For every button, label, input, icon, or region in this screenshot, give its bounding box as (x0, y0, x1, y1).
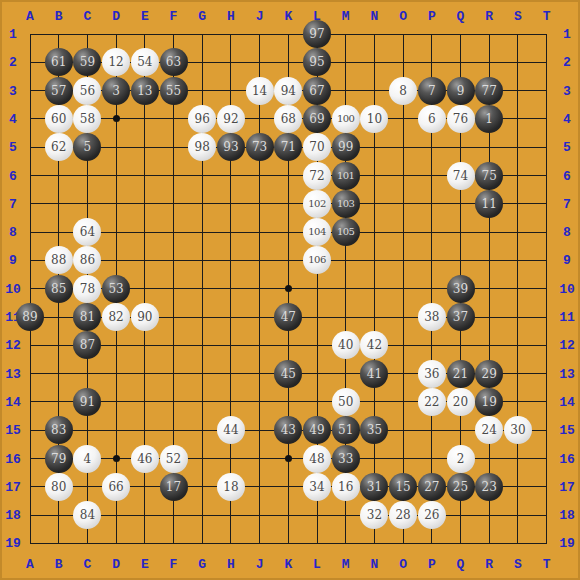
stone-move-number: 67 (309, 85, 324, 97)
stone-move-number: 86 (80, 254, 95, 266)
row-label-left-8: 8 (9, 225, 17, 240)
row-label-left-16: 16 (5, 451, 21, 466)
stone-white-80-B17[interactable]: 80 (45, 473, 73, 501)
column-label-top-T: T (543, 9, 551, 24)
row-label-right-11: 11 (559, 310, 575, 325)
stone-black-63-F2[interactable]: 63 (160, 48, 188, 76)
stone-white-30-S15[interactable]: 30 (504, 416, 532, 444)
stone-move-number: 11 (482, 198, 497, 210)
stone-black-35-N15[interactable]: 35 (360, 416, 388, 444)
stone-move-number: 18 (223, 481, 238, 493)
stone-black-89-A11[interactable]: 89 (16, 303, 44, 331)
stone-move-number: 73 (252, 141, 267, 153)
stone-move-number: 72 (309, 170, 324, 182)
stone-move-number: 90 (137, 311, 152, 323)
row-label-left-2: 2 (9, 55, 17, 70)
stone-white-4-C16[interactable]: 4 (73, 445, 101, 473)
stone-move-number: 33 (338, 453, 353, 465)
row-label-left-10: 10 (5, 281, 21, 296)
stone-move-number: 89 (22, 311, 37, 323)
stone-move-number: 71 (281, 141, 296, 153)
stone-move-number: 100 (337, 114, 355, 124)
stone-move-number: 38 (424, 311, 439, 323)
row-label-right-4: 4 (563, 111, 571, 126)
stone-black-97-L1[interactable]: 97 (303, 20, 331, 48)
stone-white-100-M4[interactable]: 100 (332, 105, 360, 133)
column-label-bottom-S: S (514, 557, 522, 572)
stone-move-number: 31 (367, 481, 382, 493)
stone-black-77-R3[interactable]: 77 (475, 77, 503, 105)
stone-move-number: 6 (428, 113, 436, 125)
row-label-right-2: 2 (563, 55, 571, 70)
stone-move-number: 55 (166, 85, 181, 97)
stone-black-45-K13[interactable]: 45 (274, 360, 302, 388)
column-label-bottom-M: M (342, 557, 350, 572)
column-label-top-J: J (256, 9, 264, 24)
stone-move-number: 12 (108, 56, 123, 68)
stone-move-number: 92 (223, 113, 238, 125)
stone-move-number: 3 (112, 85, 120, 97)
stone-move-number: 80 (51, 481, 66, 493)
stone-move-number: 81 (80, 311, 95, 323)
stone-black-15-O17[interactable]: 15 (389, 473, 417, 501)
stone-move-number: 44 (223, 424, 238, 436)
row-label-right-1: 1 (563, 27, 571, 42)
column-label-top-H: H (227, 9, 235, 24)
stone-move-number: 106 (308, 255, 326, 265)
stone-white-44-H15[interactable]: 44 (217, 416, 245, 444)
column-label-bottom-L: L (313, 557, 321, 572)
stone-black-103-M7[interactable]: 103 (332, 190, 360, 218)
stone-white-106-L9[interactable]: 106 (303, 246, 331, 274)
stone-move-number: 45 (281, 368, 296, 380)
stone-white-82-D11[interactable]: 82 (102, 303, 130, 331)
stone-white-84-C18[interactable]: 84 (73, 501, 101, 529)
stone-move-number: 83 (51, 424, 66, 436)
column-label-top-D: D (112, 9, 120, 24)
row-label-right-12: 12 (559, 338, 575, 353)
stone-white-28-O18[interactable]: 28 (389, 501, 417, 529)
stone-black-95-L2[interactable]: 95 (303, 48, 331, 76)
row-label-right-6: 6 (563, 168, 571, 183)
stone-move-number: 77 (482, 85, 497, 97)
stone-move-number: 39 (453, 283, 468, 295)
row-label-right-19: 19 (559, 536, 575, 551)
stone-black-41-N13[interactable]: 41 (360, 360, 388, 388)
stone-move-number: 79 (51, 453, 66, 465)
stone-move-number: 36 (424, 368, 439, 380)
row-label-right-8: 8 (563, 225, 571, 240)
stone-white-60-B4[interactable]: 60 (45, 105, 73, 133)
stone-move-number: 34 (309, 481, 324, 493)
stone-white-52-F16[interactable]: 52 (160, 445, 188, 473)
row-label-left-3: 3 (9, 83, 17, 98)
column-label-bottom-B: B (55, 557, 63, 572)
stone-move-number: 51 (338, 424, 353, 436)
column-label-top-E: E (141, 9, 149, 24)
stone-move-number: 78 (80, 283, 95, 295)
stone-move-number: 16 (338, 481, 353, 493)
stone-black-67-L3[interactable]: 67 (303, 77, 331, 105)
stone-white-64-C8[interactable]: 64 (73, 218, 101, 246)
column-label-bottom-C: C (83, 557, 91, 572)
row-label-right-7: 7 (563, 196, 571, 211)
stone-move-number: 76 (453, 113, 468, 125)
stone-black-21-Q13[interactable]: 21 (447, 360, 475, 388)
stone-white-22-P14[interactable]: 22 (418, 388, 446, 416)
stone-move-number: 1 (485, 113, 493, 125)
stone-white-34-L17[interactable]: 34 (303, 473, 331, 501)
stone-white-16-M17[interactable]: 16 (332, 473, 360, 501)
stone-move-number: 8 (399, 85, 407, 97)
column-label-bottom-F: F (170, 557, 178, 572)
stone-black-87-C12[interactable]: 87 (73, 331, 101, 359)
stone-white-62-B5[interactable]: 62 (45, 133, 73, 161)
row-label-right-13: 13 (559, 366, 575, 381)
stone-white-36-P13[interactable]: 36 (418, 360, 446, 388)
stone-move-number: 69 (309, 113, 324, 125)
stone-black-73-J5[interactable]: 73 (246, 133, 274, 161)
stone-black-39-Q10[interactable]: 39 (447, 275, 475, 303)
stone-move-number: 27 (424, 481, 439, 493)
stone-black-5-C5[interactable]: 5 (73, 133, 101, 161)
stone-black-17-F17[interactable]: 17 (160, 473, 188, 501)
stone-move-number: 85 (51, 283, 66, 295)
stone-white-40-M12[interactable]: 40 (332, 331, 360, 359)
stone-move-number: 74 (453, 170, 468, 182)
stone-move-number: 59 (80, 56, 95, 68)
stone-black-61-B2[interactable]: 61 (45, 48, 73, 76)
stone-move-number: 103 (337, 199, 355, 209)
stone-move-number: 13 (137, 85, 152, 97)
stone-white-26-P18[interactable]: 26 (418, 501, 446, 529)
stone-move-number: 57 (51, 85, 66, 97)
stone-move-number: 62 (51, 141, 66, 153)
stone-move-number: 19 (482, 396, 497, 408)
grid-hline-19 (30, 543, 547, 544)
column-label-top-G: G (198, 9, 206, 24)
row-label-right-17: 17 (559, 479, 575, 494)
stone-move-number: 97 (309, 28, 324, 40)
stone-move-number: 70 (309, 141, 324, 153)
stone-move-number: 26 (424, 509, 439, 521)
column-label-bottom-P: P (428, 557, 436, 572)
column-label-bottom-N: N (370, 557, 378, 572)
stone-black-19-R14[interactable]: 19 (475, 388, 503, 416)
stone-black-43-K15[interactable]: 43 (274, 416, 302, 444)
column-label-bottom-O: O (399, 557, 407, 572)
stone-move-number: 60 (51, 113, 66, 125)
column-label-bottom-T: T (543, 557, 551, 572)
star-point-D16 (113, 455, 120, 462)
stone-move-number: 95 (309, 56, 324, 68)
grid-hline-8 (30, 232, 547, 233)
column-label-top-S: S (514, 9, 522, 24)
stone-black-27-P17[interactable]: 27 (418, 473, 446, 501)
stone-black-1-R4[interactable]: 1 (475, 105, 503, 133)
row-label-left-4: 4 (9, 111, 17, 126)
column-label-bottom-K: K (284, 557, 292, 572)
stone-white-12-D2[interactable]: 12 (102, 48, 130, 76)
stone-move-number: 41 (367, 368, 382, 380)
stone-move-number: 82 (108, 311, 123, 323)
row-label-left-1: 1 (9, 27, 17, 42)
stone-white-58-C4[interactable]: 58 (73, 105, 101, 133)
stone-black-57-B3[interactable]: 57 (45, 77, 73, 105)
stone-white-102-L7[interactable]: 102 (303, 190, 331, 218)
stone-move-number: 105 (337, 227, 355, 237)
stone-black-37-Q11[interactable]: 37 (447, 303, 475, 331)
stone-black-75-R6[interactable]: 75 (475, 162, 503, 190)
stone-move-number: 104 (308, 227, 326, 237)
grid-hline-1 (30, 34, 547, 35)
grid-hline-7 (30, 203, 547, 204)
stone-white-98-G5[interactable]: 98 (188, 133, 216, 161)
stone-black-83-B15[interactable]: 83 (45, 416, 73, 444)
stone-black-13-E3[interactable]: 13 (131, 77, 159, 105)
row-label-left-17: 17 (5, 479, 21, 494)
stone-black-29-R13[interactable]: 29 (475, 360, 503, 388)
stone-move-number: 9 (457, 85, 465, 97)
star-point-D4 (113, 115, 120, 122)
stone-move-number: 32 (367, 509, 382, 521)
row-label-left-6: 6 (9, 168, 17, 183)
row-label-right-15: 15 (559, 423, 575, 438)
stone-black-81-C11[interactable]: 81 (73, 303, 101, 331)
stone-white-46-E16[interactable]: 46 (131, 445, 159, 473)
stone-move-number: 52 (166, 453, 181, 465)
stone-move-number: 94 (281, 85, 296, 97)
stone-white-48-L16[interactable]: 48 (303, 445, 331, 473)
stone-black-93-H5[interactable]: 93 (217, 133, 245, 161)
stone-black-71-K5[interactable]: 71 (274, 133, 302, 161)
column-label-top-Q: Q (457, 9, 465, 24)
column-label-bottom-J: J (256, 557, 264, 572)
stone-white-78-C10[interactable]: 78 (73, 275, 101, 303)
stone-move-number: 25 (453, 481, 468, 493)
go-board-diagram[interactable]: ABCDEFGHJKLMNOPQRST ABCDEFGHJKLMNOPQRST … (0, 0, 580, 580)
column-label-top-O: O (399, 9, 407, 24)
stone-white-38-P11[interactable]: 38 (418, 303, 446, 331)
stone-move-number: 68 (281, 113, 296, 125)
row-label-right-18: 18 (559, 508, 575, 523)
stone-black-53-D10[interactable]: 53 (102, 275, 130, 303)
stone-move-number: 40 (338, 339, 353, 351)
stone-move-number: 64 (80, 226, 95, 238)
stone-white-68-K4[interactable]: 68 (274, 105, 302, 133)
stone-black-33-M16[interactable]: 33 (332, 445, 360, 473)
stone-move-number: 29 (482, 368, 497, 380)
grid-hline-18 (30, 515, 547, 516)
stone-white-66-D17[interactable]: 66 (102, 473, 130, 501)
stone-black-59-C2[interactable]: 59 (73, 48, 101, 76)
row-label-right-3: 3 (563, 83, 571, 98)
stone-move-number: 58 (80, 113, 95, 125)
grid-hline-12 (30, 345, 547, 346)
stone-move-number: 91 (80, 396, 95, 408)
stone-move-number: 96 (195, 113, 210, 125)
stone-move-number: 93 (223, 141, 238, 153)
row-label-left-13: 13 (5, 366, 21, 381)
stone-white-70-L5[interactable]: 70 (303, 133, 331, 161)
stone-move-number: 30 (510, 424, 525, 436)
column-label-bottom-D: D (112, 557, 120, 572)
row-label-left-14: 14 (5, 394, 21, 409)
stone-move-number: 20 (453, 396, 468, 408)
row-label-right-10: 10 (559, 281, 575, 296)
stone-move-number: 17 (166, 481, 181, 493)
stone-move-number: 99 (338, 141, 353, 153)
stone-white-72-L6[interactable]: 72 (303, 162, 331, 190)
stone-move-number: 46 (137, 453, 152, 465)
stone-move-number: 47 (281, 311, 296, 323)
stone-white-20-Q14[interactable]: 20 (447, 388, 475, 416)
stone-move-number: 66 (108, 481, 123, 493)
stone-white-14-J3[interactable]: 14 (246, 77, 274, 105)
column-label-top-B: B (55, 9, 63, 24)
stone-white-92-H4[interactable]: 92 (217, 105, 245, 133)
column-label-bottom-Q: Q (457, 557, 465, 572)
stone-white-32-N18[interactable]: 32 (360, 501, 388, 529)
stone-white-50-M14[interactable]: 50 (332, 388, 360, 416)
stone-white-6-P4[interactable]: 6 (418, 105, 446, 133)
stone-white-88-B9[interactable]: 88 (45, 246, 73, 274)
stone-white-86-C9[interactable]: 86 (73, 246, 101, 274)
stone-black-11-R7[interactable]: 11 (475, 190, 503, 218)
row-label-left-7: 7 (9, 196, 17, 211)
column-label-bottom-R: R (485, 557, 493, 572)
column-label-top-A: A (26, 9, 34, 24)
stone-white-10-N4[interactable]: 10 (360, 105, 388, 133)
stone-white-56-C3[interactable]: 56 (73, 77, 101, 105)
row-label-right-9: 9 (563, 253, 571, 268)
stone-black-7-P3[interactable]: 7 (418, 77, 446, 105)
stone-black-55-F3[interactable]: 55 (160, 77, 188, 105)
stone-black-49-L15[interactable]: 49 (303, 416, 331, 444)
stone-move-number: 14 (252, 85, 267, 97)
stone-black-9-Q3[interactable]: 9 (447, 77, 475, 105)
column-label-bottom-H: H (227, 557, 235, 572)
column-label-top-F: F (170, 9, 178, 24)
column-label-top-M: M (342, 9, 350, 24)
stone-black-47-K11[interactable]: 47 (274, 303, 302, 331)
stone-move-number: 53 (108, 283, 123, 295)
row-label-left-12: 12 (5, 338, 21, 353)
column-label-top-P: P (428, 9, 436, 24)
stone-black-99-M5[interactable]: 99 (332, 133, 360, 161)
stone-move-number: 48 (309, 453, 324, 465)
column-label-top-C: C (83, 9, 91, 24)
stone-move-number: 35 (367, 424, 382, 436)
stone-move-number: 87 (80, 339, 95, 351)
stone-move-number: 2 (457, 453, 465, 465)
stone-move-number: 98 (195, 141, 210, 153)
stone-black-91-C14[interactable]: 91 (73, 388, 101, 416)
stone-white-76-Q4[interactable]: 76 (447, 105, 475, 133)
stone-move-number: 22 (424, 396, 439, 408)
row-label-left-9: 9 (9, 253, 17, 268)
stone-move-number: 15 (395, 481, 410, 493)
stone-black-85-B10[interactable]: 85 (45, 275, 73, 303)
star-point-K10 (285, 285, 292, 292)
stone-move-number: 54 (137, 56, 152, 68)
stone-move-number: 43 (281, 424, 296, 436)
stone-white-90-E11[interactable]: 90 (131, 303, 159, 331)
stone-move-number: 21 (453, 368, 468, 380)
stone-move-number: 28 (395, 509, 410, 521)
column-label-top-K: K (284, 9, 292, 24)
stone-black-105-M8[interactable]: 105 (332, 218, 360, 246)
stone-move-number: 42 (367, 339, 382, 351)
stone-black-51-M15[interactable]: 51 (332, 416, 360, 444)
stone-move-number: 24 (482, 424, 497, 436)
stone-black-69-L4[interactable]: 69 (303, 105, 331, 133)
row-label-left-18: 18 (5, 508, 21, 523)
stone-black-23-R17[interactable]: 23 (475, 473, 503, 501)
stone-move-number: 75 (482, 170, 497, 182)
stone-move-number: 88 (51, 254, 66, 266)
stone-white-2-Q16[interactable]: 2 (447, 445, 475, 473)
stone-move-number: 49 (309, 424, 324, 436)
stone-move-number: 37 (453, 311, 468, 323)
stone-white-96-G4[interactable]: 96 (188, 105, 216, 133)
row-label-right-16: 16 (559, 451, 575, 466)
star-point-K16 (285, 455, 292, 462)
stone-move-number: 56 (80, 85, 95, 97)
row-label-left-15: 15 (5, 423, 21, 438)
column-label-top-N: N (370, 9, 378, 24)
row-label-left-5: 5 (9, 140, 17, 155)
stone-move-number: 102 (308, 199, 326, 209)
stone-move-number: 61 (51, 56, 66, 68)
stone-move-number: 5 (84, 141, 92, 153)
stone-black-3-D3[interactable]: 3 (102, 77, 130, 105)
stone-move-number: 10 (367, 113, 382, 125)
stone-black-25-Q17[interactable]: 25 (447, 473, 475, 501)
stone-white-54-E2[interactable]: 54 (131, 48, 159, 76)
column-label-bottom-E: E (141, 557, 149, 572)
stone-move-number: 7 (428, 85, 436, 97)
row-label-left-19: 19 (5, 536, 21, 551)
stone-white-18-H17[interactable]: 18 (217, 473, 245, 501)
stone-black-101-M6[interactable]: 101 (332, 162, 360, 190)
stone-white-24-R15[interactable]: 24 (475, 416, 503, 444)
stone-move-number: 50 (338, 396, 353, 408)
stone-white-104-L8[interactable]: 104 (303, 218, 331, 246)
grid-hline-9 (30, 260, 547, 261)
stone-white-94-K3[interactable]: 94 (274, 77, 302, 105)
row-label-right-5: 5 (563, 140, 571, 155)
stone-white-74-Q6[interactable]: 74 (447, 162, 475, 190)
stone-white-8-O3[interactable]: 8 (389, 77, 417, 105)
row-label-right-14: 14 (559, 394, 575, 409)
column-label-bottom-A: A (26, 557, 34, 572)
column-label-top-R: R (485, 9, 493, 24)
stone-move-number: 63 (166, 56, 181, 68)
column-label-bottom-G: G (198, 557, 206, 572)
stone-move-number: 84 (80, 509, 95, 521)
stone-move-number: 23 (482, 481, 497, 493)
stone-white-42-N12[interactable]: 42 (360, 331, 388, 359)
stone-move-number: 101 (337, 171, 355, 181)
stone-black-79-B16[interactable]: 79 (45, 445, 73, 473)
stone-black-31-N17[interactable]: 31 (360, 473, 388, 501)
stone-move-number: 4 (84, 453, 92, 465)
